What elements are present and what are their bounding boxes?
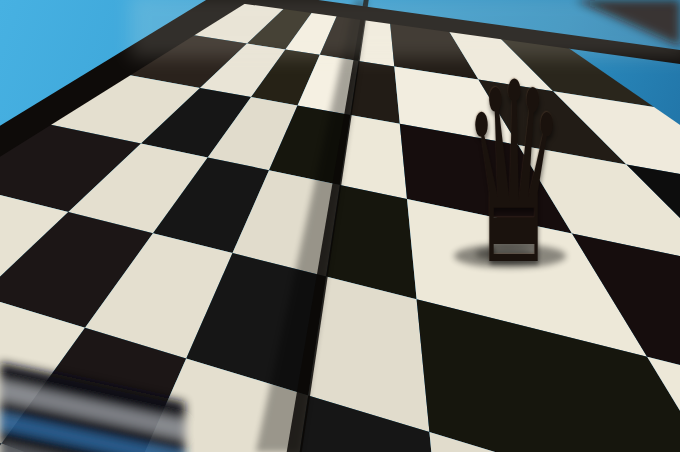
chessboard[interactable] xyxy=(0,0,680,452)
chessboard-photo-scene: ♛ xyxy=(0,0,680,452)
black-queen-piece[interactable]: ♛ xyxy=(457,50,572,300)
